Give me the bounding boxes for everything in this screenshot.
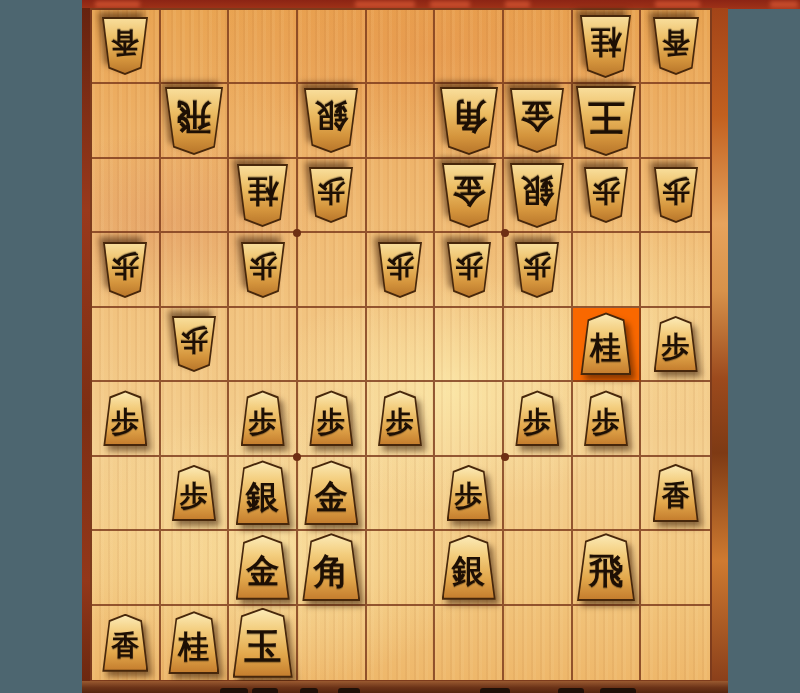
koma-kanji: 香: [662, 29, 690, 64]
backdrop-highlight: [430, 1, 470, 8]
board-cell[interactable]: 銀: [435, 531, 504, 605]
board-cell[interactable]: [504, 10, 573, 84]
piece-gote-rook[interactable]: 飛: [165, 87, 223, 155]
koma-kanji: 歩: [111, 401, 139, 436]
board-cell[interactable]: [92, 308, 161, 382]
piece-sente-rook[interactable]: 飛: [577, 533, 635, 601]
board-cell[interactable]: 歩: [573, 159, 642, 233]
shogi-board: 香桂香飛銀角金王桂歩金銀歩歩歩歩歩歩歩歩桂歩歩歩歩歩歩歩歩銀金歩香金角銀飛香桂玉: [90, 8, 712, 682]
board-cell[interactable]: [504, 606, 573, 680]
star-point: [501, 229, 509, 237]
board-cell[interactable]: [573, 606, 642, 680]
board-cell[interactable]: 角: [298, 531, 367, 605]
board-cell[interactable]: 金: [229, 531, 298, 605]
board-cell[interactable]: [435, 308, 504, 382]
board-cell[interactable]: [92, 84, 161, 158]
board-cell[interactable]: 金: [435, 159, 504, 233]
board-cell[interactable]: 歩: [161, 457, 230, 531]
board-cell[interactable]: [298, 308, 367, 382]
koma-kanji: 歩: [249, 252, 277, 287]
piece-gote-pawn[interactable]: 歩: [515, 242, 559, 298]
backdrop-highlight: [355, 1, 415, 8]
piece-sente-pawn[interactable]: 歩: [241, 390, 285, 446]
captured-piece-top: [558, 688, 584, 693]
board-cell[interactable]: [229, 84, 298, 158]
board-cell[interactable]: [92, 531, 161, 605]
piece-sente-pawn[interactable]: 歩: [515, 390, 559, 446]
koma-kanji: 香: [662, 475, 690, 510]
koma-kanji: 玉: [244, 621, 281, 665]
piece-sente-lance[interactable]: 香: [102, 614, 148, 672]
piece-gote-pawn[interactable]: 歩: [103, 242, 147, 298]
board-cell[interactable]: 王: [573, 84, 642, 158]
koma-kanji: 歩: [592, 401, 620, 436]
koma-kanji: 歩: [455, 475, 483, 510]
koma-kanji: 歩: [523, 252, 551, 287]
board-cell[interactable]: 銀: [504, 159, 573, 233]
board-cell[interactable]: 歩: [435, 233, 504, 307]
board-cell[interactable]: 桂: [229, 159, 298, 233]
piece-sente-pawn[interactable]: 歩: [378, 390, 422, 446]
piece-sente-lance[interactable]: 香: [653, 464, 699, 522]
piece-sente-pawn[interactable]: 歩: [447, 465, 491, 521]
koma-kanji: 歩: [249, 401, 277, 436]
koma-kanji: 銀: [315, 101, 348, 141]
board-cell[interactable]: 香: [92, 10, 161, 84]
board-cell[interactable]: [641, 531, 710, 605]
piece-sente-pawn[interactable]: 歩: [584, 390, 628, 446]
board-cell[interactable]: [504, 457, 573, 531]
captured-piece-top: [220, 688, 248, 693]
board-cell[interactable]: 歩: [229, 233, 298, 307]
board-cell[interactable]: [298, 10, 367, 84]
piece-sente-pawn[interactable]: 歩: [103, 390, 147, 446]
piece-sente-knight[interactable]: 桂: [580, 312, 631, 375]
board-cell[interactable]: 桂: [573, 308, 642, 382]
koma-kanji: 銀: [246, 473, 279, 513]
piece-gote-pawn[interactable]: 歩: [584, 167, 628, 223]
board-cell[interactable]: 歩: [435, 457, 504, 531]
koma-kanji: 角: [314, 546, 349, 588]
koma-kanji: 金: [246, 547, 279, 587]
board-cell[interactable]: [573, 233, 642, 307]
piece-gote-gold[interactable]: 金: [442, 163, 496, 228]
captured-piece-top: [300, 688, 318, 693]
board-cell[interactable]: 歩: [229, 382, 298, 456]
board-cell[interactable]: [367, 308, 436, 382]
board-cell[interactable]: 歩: [298, 159, 367, 233]
board-cell[interactable]: [367, 84, 436, 158]
board-cell[interactable]: 飛: [161, 84, 230, 158]
koma-kanji: 歩: [180, 475, 208, 510]
koma-kanji: 金: [315, 473, 348, 513]
board-cell[interactable]: 歩: [92, 233, 161, 307]
koma-kanji: 王: [587, 99, 624, 143]
koma-kanji: 歩: [592, 178, 620, 213]
star-point: [501, 453, 509, 461]
board-cell[interactable]: 歩: [641, 159, 710, 233]
piece-sente-silver[interactable]: 銀: [442, 535, 496, 600]
board-cell[interactable]: 桂: [573, 10, 642, 84]
board-cell[interactable]: 歩: [641, 308, 710, 382]
piece-gote-pawn[interactable]: 歩: [241, 242, 285, 298]
board-cell[interactable]: [161, 382, 230, 456]
piece-gote-pawn[interactable]: 歩: [447, 242, 491, 298]
piece-sente-gold[interactable]: 金: [304, 460, 358, 525]
board-cell[interactable]: 香: [641, 10, 710, 84]
backdrop-highlight: [770, 1, 798, 8]
board-cell[interactable]: [367, 606, 436, 680]
board-cell[interactable]: [641, 233, 710, 307]
piece-gote-pawn[interactable]: 歩: [654, 167, 698, 223]
board-cell[interactable]: [367, 10, 436, 84]
piece-gote-knight[interactable]: 桂: [237, 164, 288, 227]
board-cell[interactable]: [229, 10, 298, 84]
board-cell[interactable]: 銀: [298, 84, 367, 158]
board-cell[interactable]: [641, 84, 710, 158]
board-cell[interactable]: [367, 457, 436, 531]
piece-sente-pawn[interactable]: 歩: [172, 465, 216, 521]
board-cell[interactable]: [161, 531, 230, 605]
backdrop-highlight: [505, 1, 530, 8]
koma-kanji: 歩: [662, 178, 690, 213]
piece-gote-lance[interactable]: 香: [102, 17, 148, 75]
board-cell[interactable]: 歩: [367, 382, 436, 456]
piece-gote-king[interactable]: 王: [576, 86, 636, 156]
koma-kanji: 香: [111, 625, 139, 660]
koma-kanji: 桂: [247, 176, 278, 214]
board-cell[interactable]: 歩: [504, 233, 573, 307]
backdrop-highlight: [655, 1, 700, 8]
koma-kanji: 銀: [452, 547, 485, 587]
piece-gote-pawn[interactable]: 歩: [309, 167, 353, 223]
board-cell[interactable]: [435, 382, 504, 456]
board-cell[interactable]: [504, 308, 573, 382]
board-cell[interactable]: 香: [92, 606, 161, 680]
board-cell[interactable]: [641, 382, 710, 456]
board-cell[interactable]: [229, 308, 298, 382]
captured-piece-top: [338, 688, 360, 693]
board-cell[interactable]: [573, 457, 642, 531]
board-cell[interactable]: 歩: [298, 382, 367, 456]
board-cell[interactable]: 角: [435, 84, 504, 158]
board-cell[interactable]: [435, 10, 504, 84]
board-cell[interactable]: 金: [298, 457, 367, 531]
koma-kanji: 飛: [588, 546, 623, 588]
koma-kanji: 歩: [180, 326, 208, 361]
piece-gote-gold[interactable]: 金: [510, 88, 564, 153]
koma-kanji: 歩: [523, 401, 551, 436]
board-cell[interactable]: 歩: [92, 382, 161, 456]
koma-kanji: 歩: [455, 252, 483, 287]
board-frame-left: [82, 8, 90, 682]
board-cell[interactable]: 歩: [367, 233, 436, 307]
board-cell[interactable]: 歩: [504, 382, 573, 456]
board-cell[interactable]: [92, 457, 161, 531]
piece-sente-gold[interactable]: 金: [236, 535, 290, 600]
board-cell[interactable]: [161, 233, 230, 307]
star-point: [293, 453, 301, 461]
board-cell[interactable]: 金: [504, 84, 573, 158]
piece-gote-silver[interactable]: 銀: [510, 163, 564, 228]
piece-gote-lance[interactable]: 香: [653, 17, 699, 75]
board-bottom-edge: [82, 681, 728, 693]
board-cell[interactable]: [504, 531, 573, 605]
board-cell[interactable]: [367, 159, 436, 233]
piece-gote-pawn[interactable]: 歩: [172, 316, 216, 372]
board-cell[interactable]: [641, 606, 710, 680]
board-cell[interactable]: 銀: [229, 457, 298, 531]
captured-piece-top: [600, 688, 636, 693]
board-cell[interactable]: [298, 233, 367, 307]
piece-sente-bishop[interactable]: 角: [302, 533, 360, 601]
board-cell[interactable]: 桂: [161, 606, 230, 680]
piece-gote-silver[interactable]: 銀: [304, 88, 358, 153]
piece-sente-pawn[interactable]: 歩: [309, 390, 353, 446]
koma-kanji: 銀: [521, 175, 554, 215]
board-cell[interactable]: 玉: [229, 606, 298, 680]
piece-sente-pawn[interactable]: 歩: [654, 316, 698, 372]
koma-kanji: 香: [111, 29, 139, 64]
koma-kanji: 金: [521, 101, 554, 141]
board-cell[interactable]: 歩: [573, 382, 642, 456]
koma-kanji: 桂: [590, 325, 621, 363]
board-cell[interactable]: 歩: [161, 308, 230, 382]
koma-kanji: 歩: [386, 401, 414, 436]
koma-kanji: 桂: [178, 624, 209, 662]
piece-sente-knight[interactable]: 桂: [168, 611, 219, 674]
backdrop-highlight: [95, 1, 140, 8]
board-cell[interactable]: [161, 159, 230, 233]
piece-sente-silver[interactable]: 銀: [236, 460, 290, 525]
koma-kanji: 角: [451, 100, 486, 142]
board-cell[interactable]: [367, 531, 436, 605]
koma-kanji: 金: [452, 175, 485, 215]
koma-kanji: 歩: [317, 401, 345, 436]
board-cell[interactable]: 飛: [573, 531, 642, 605]
board-cell[interactable]: [161, 10, 230, 84]
koma-kanji: 歩: [662, 326, 690, 361]
board-cell[interactable]: [435, 606, 504, 680]
piece-gote-knight[interactable]: 桂: [580, 15, 631, 78]
captured-piece-top: [480, 688, 510, 693]
captured-piece-top: [252, 688, 278, 693]
star-point: [293, 229, 301, 237]
piece-gote-pawn[interactable]: 歩: [378, 242, 422, 298]
board-cell[interactable]: [92, 159, 161, 233]
piece-sente-king[interactable]: 玉: [233, 608, 293, 678]
koma-kanji: 歩: [386, 252, 414, 287]
koma-kanji: 歩: [317, 178, 345, 213]
board-cell[interactable]: [298, 606, 367, 680]
board-grid: 香桂香飛銀角金王桂歩金銀歩歩歩歩歩歩歩歩桂歩歩歩歩歩歩歩歩銀金歩香金角銀飛香桂玉: [90, 8, 712, 682]
koma-kanji: 飛: [176, 100, 211, 142]
board-frame-right: [712, 8, 728, 682]
koma-kanji: 桂: [590, 27, 621, 65]
piece-gote-bishop[interactable]: 角: [440, 87, 498, 155]
koma-kanji: 歩: [111, 252, 139, 287]
board-cell[interactable]: 香: [641, 457, 710, 531]
shogi-game-screen: 香桂香飛銀角金王桂歩金銀歩歩歩歩歩歩歩歩桂歩歩歩歩歩歩歩歩銀金歩香金角銀飛香桂玉: [0, 0, 800, 693]
